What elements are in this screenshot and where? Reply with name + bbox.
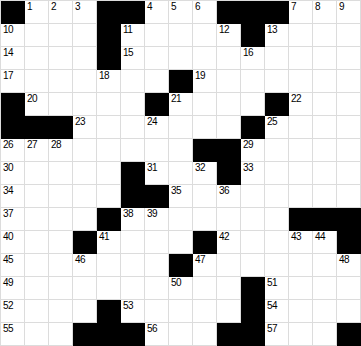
white-cell[interactable]	[289, 185, 313, 208]
clue-number: 22	[291, 94, 301, 104]
white-cell[interactable]: 28	[49, 139, 73, 162]
black-cell	[169, 254, 193, 277]
white-cell[interactable]	[97, 139, 121, 162]
white-cell[interactable]: 40	[1, 231, 25, 254]
white-cell[interactable]: 54	[265, 300, 289, 323]
clue-number: 55	[3, 324, 13, 334]
white-cell[interactable]: 24	[145, 116, 169, 139]
white-cell[interactable]	[73, 162, 97, 185]
black-cell	[1, 116, 25, 139]
clue-number: 14	[3, 48, 13, 58]
white-cell[interactable]	[193, 323, 217, 346]
white-cell[interactable]	[73, 277, 97, 300]
white-cell[interactable]: 57	[265, 323, 289, 346]
white-cell[interactable]	[73, 93, 97, 116]
white-cell[interactable]: 38	[121, 208, 145, 231]
black-cell	[265, 93, 289, 116]
clue-number: 9	[339, 2, 344, 12]
white-cell[interactable]	[313, 323, 337, 346]
clue-number: 13	[267, 25, 277, 35]
white-cell[interactable]	[313, 93, 337, 116]
white-cell[interactable]	[217, 208, 241, 231]
white-cell[interactable]	[265, 185, 289, 208]
white-cell[interactable]: 56	[145, 323, 169, 346]
white-cell[interactable]	[169, 139, 193, 162]
white-cell[interactable]	[145, 277, 169, 300]
white-cell[interactable]	[289, 300, 313, 323]
white-cell[interactable]: 32	[193, 162, 217, 185]
white-cell[interactable]: 21	[169, 93, 193, 116]
white-cell[interactable]	[313, 185, 337, 208]
white-cell[interactable]: 55	[1, 323, 25, 346]
black-cell	[241, 300, 265, 323]
black-cell	[241, 1, 265, 24]
clue-number: 32	[195, 163, 205, 173]
white-cell[interactable]	[25, 300, 49, 323]
white-cell[interactable]: 4	[145, 1, 169, 24]
white-cell[interactable]: 47	[193, 254, 217, 277]
clue-number: 41	[99, 232, 109, 242]
clue-number: 37	[3, 209, 13, 219]
white-cell[interactable]	[25, 162, 49, 185]
clue-number: 34	[3, 186, 13, 196]
black-cell	[121, 1, 145, 24]
white-cell[interactable]	[49, 254, 73, 277]
white-cell[interactable]: 5	[169, 1, 193, 24]
clue-number: 24	[147, 117, 157, 127]
white-cell[interactable]	[313, 116, 337, 139]
clue-number: 1	[27, 2, 32, 12]
white-cell[interactable]	[25, 254, 49, 277]
clue-number: 57	[267, 324, 277, 334]
white-cell[interactable]	[241, 231, 265, 254]
black-cell	[193, 231, 217, 254]
clue-number: 12	[219, 25, 229, 35]
white-cell[interactable]: 44	[313, 231, 337, 254]
white-cell[interactable]: 17	[1, 70, 25, 93]
white-cell[interactable]	[337, 300, 361, 323]
white-cell[interactable]	[145, 70, 169, 93]
white-cell[interactable]	[145, 300, 169, 323]
black-cell	[169, 70, 193, 93]
white-cell[interactable]	[193, 208, 217, 231]
black-cell	[217, 139, 241, 162]
black-cell	[121, 162, 145, 185]
white-cell[interactable]	[73, 185, 97, 208]
white-cell[interactable]	[49, 24, 73, 47]
white-cell[interactable]	[289, 24, 313, 47]
white-cell[interactable]: 48	[337, 254, 361, 277]
clue-number: 25	[267, 117, 277, 127]
white-cell[interactable]	[145, 254, 169, 277]
clue-number: 4	[147, 2, 152, 12]
black-cell	[313, 208, 337, 231]
white-cell[interactable]	[73, 47, 97, 70]
black-cell	[337, 208, 361, 231]
white-cell[interactable]: 20	[25, 93, 49, 116]
white-cell[interactable]	[121, 254, 145, 277]
white-cell[interactable]	[289, 116, 313, 139]
clue-number: 33	[243, 163, 253, 173]
white-cell[interactable]	[217, 116, 241, 139]
white-cell[interactable]	[241, 208, 265, 231]
white-cell[interactable]	[121, 277, 145, 300]
clue-number: 35	[171, 186, 181, 196]
white-cell[interactable]: 45	[1, 254, 25, 277]
white-cell[interactable]	[49, 47, 73, 70]
clue-number: 38	[123, 209, 133, 219]
clue-number: 18	[99, 71, 109, 81]
white-cell[interactable]	[145, 139, 169, 162]
white-cell[interactable]	[25, 47, 49, 70]
black-cell	[217, 1, 241, 24]
white-cell[interactable]	[73, 300, 97, 323]
black-cell	[1, 93, 25, 116]
white-cell[interactable]	[169, 116, 193, 139]
white-cell[interactable]	[217, 277, 241, 300]
black-cell	[25, 116, 49, 139]
clue-number: 28	[51, 140, 61, 150]
white-cell[interactable]: 8	[313, 1, 337, 24]
clue-number: 6	[195, 2, 200, 12]
clue-number: 10	[3, 25, 13, 35]
black-cell	[145, 93, 169, 116]
white-cell[interactable]	[289, 47, 313, 70]
white-cell[interactable]	[49, 208, 73, 231]
black-cell	[337, 231, 361, 254]
clue-number: 49	[3, 278, 13, 288]
clue-number: 17	[3, 71, 13, 81]
white-cell[interactable]: 35	[169, 185, 193, 208]
clue-number: 20	[27, 94, 37, 104]
white-cell[interactable]: 34	[1, 185, 25, 208]
white-cell[interactable]	[73, 70, 97, 93]
white-cell[interactable]	[49, 277, 73, 300]
white-cell[interactable]: 36	[217, 185, 241, 208]
white-cell[interactable]	[265, 208, 289, 231]
clue-number: 45	[3, 255, 13, 265]
white-cell[interactable]	[337, 47, 361, 70]
white-cell[interactable]	[337, 116, 361, 139]
white-cell[interactable]	[337, 162, 361, 185]
white-cell[interactable]	[121, 93, 145, 116]
white-cell[interactable]: 26	[1, 139, 25, 162]
clue-number: 43	[291, 232, 301, 242]
white-cell[interactable]	[289, 162, 313, 185]
black-cell	[97, 47, 121, 70]
black-cell	[1, 1, 25, 24]
white-cell[interactable]	[121, 70, 145, 93]
clue-number: 2	[51, 2, 56, 12]
white-cell[interactable]	[97, 254, 121, 277]
white-cell[interactable]	[217, 47, 241, 70]
white-cell[interactable]	[97, 277, 121, 300]
white-cell[interactable]	[265, 254, 289, 277]
white-cell[interactable]: 52	[1, 300, 25, 323]
white-cell[interactable]	[337, 24, 361, 47]
white-cell[interactable]	[265, 70, 289, 93]
white-cell[interactable]	[49, 70, 73, 93]
clue-number: 19	[195, 71, 205, 81]
white-cell[interactable]	[241, 93, 265, 116]
white-cell[interactable]: 39	[145, 208, 169, 231]
clue-number: 11	[123, 25, 132, 35]
clue-number: 7	[291, 2, 296, 12]
white-cell[interactable]	[193, 47, 217, 70]
white-cell[interactable]: 2	[49, 1, 73, 24]
white-cell[interactable]	[241, 70, 265, 93]
white-cell[interactable]	[265, 231, 289, 254]
black-cell	[73, 231, 97, 254]
white-cell[interactable]	[313, 24, 337, 47]
clue-number: 39	[147, 209, 157, 219]
black-cell	[241, 24, 265, 47]
clue-number: 31	[147, 163, 157, 173]
white-cell[interactable]	[25, 208, 49, 231]
clue-number: 56	[147, 324, 157, 334]
white-cell[interactable]	[193, 24, 217, 47]
clue-number: 42	[219, 232, 229, 242]
white-cell[interactable]: 41	[97, 231, 121, 254]
white-cell[interactable]	[145, 231, 169, 254]
black-cell	[289, 208, 313, 231]
white-cell[interactable]	[25, 277, 49, 300]
white-cell[interactable]	[313, 300, 337, 323]
white-cell[interactable]	[337, 93, 361, 116]
white-cell[interactable]: 18	[97, 70, 121, 93]
white-cell[interactable]	[49, 93, 73, 116]
black-cell	[49, 116, 73, 139]
white-cell[interactable]: 42	[217, 231, 241, 254]
white-cell[interactable]: 12	[217, 24, 241, 47]
clue-number: 16	[243, 48, 253, 58]
white-cell[interactable]	[169, 300, 193, 323]
white-cell[interactable]	[169, 231, 193, 254]
white-cell[interactable]	[313, 162, 337, 185]
white-cell[interactable]: 49	[1, 277, 25, 300]
black-cell	[241, 116, 265, 139]
white-cell[interactable]	[49, 323, 73, 346]
white-cell[interactable]	[289, 139, 313, 162]
white-cell[interactable]: 27	[25, 139, 49, 162]
black-cell	[241, 323, 265, 346]
white-cell[interactable]	[73, 24, 97, 47]
clue-number: 3	[75, 2, 80, 12]
clue-number: 30	[3, 163, 13, 173]
white-cell[interactable]: 30	[1, 162, 25, 185]
white-cell[interactable]	[313, 139, 337, 162]
clue-number: 5	[171, 2, 176, 12]
white-cell[interactable]	[337, 185, 361, 208]
white-cell[interactable]: 11	[121, 24, 145, 47]
white-cell[interactable]	[25, 185, 49, 208]
clue-number: 23	[75, 117, 85, 127]
black-cell	[217, 323, 241, 346]
white-cell[interactable]	[265, 162, 289, 185]
white-cell[interactable]	[289, 70, 313, 93]
crossword-grid: 1234567891011121314151617181920212223242…	[0, 0, 361, 346]
white-cell[interactable]: 6	[193, 1, 217, 24]
white-cell[interactable]: 50	[169, 277, 193, 300]
black-cell	[73, 323, 97, 346]
white-cell[interactable]	[169, 162, 193, 185]
clue-number: 50	[171, 278, 181, 288]
white-cell[interactable]: 7	[289, 1, 313, 24]
black-cell	[121, 185, 145, 208]
white-cell[interactable]	[25, 323, 49, 346]
white-cell[interactable]	[97, 116, 121, 139]
black-cell	[217, 162, 241, 185]
white-cell[interactable]	[121, 116, 145, 139]
white-cell[interactable]	[25, 231, 49, 254]
white-cell[interactable]: 19	[193, 70, 217, 93]
clue-number: 52	[3, 301, 13, 311]
white-cell[interactable]: 25	[265, 116, 289, 139]
white-cell[interactable]	[49, 300, 73, 323]
white-cell[interactable]	[169, 323, 193, 346]
black-cell	[97, 1, 121, 24]
white-cell[interactable]: 13	[265, 24, 289, 47]
clue-number: 51	[267, 278, 277, 288]
white-cell[interactable]: 37	[1, 208, 25, 231]
white-cell[interactable]	[193, 116, 217, 139]
clue-number: 40	[3, 232, 13, 242]
white-cell[interactable]: 29	[241, 139, 265, 162]
black-cell	[337, 323, 361, 346]
white-cell[interactable]	[97, 185, 121, 208]
black-cell	[241, 277, 265, 300]
white-cell[interactable]: 3	[73, 1, 97, 24]
white-cell[interactable]	[49, 185, 73, 208]
white-cell[interactable]	[217, 254, 241, 277]
white-cell[interactable]: 33	[241, 162, 265, 185]
white-cell[interactable]	[337, 70, 361, 93]
clue-number: 53	[123, 301, 133, 311]
white-cell[interactable]: 1	[25, 1, 49, 24]
white-cell[interactable]	[25, 24, 49, 47]
white-cell[interactable]	[169, 24, 193, 47]
clue-number: 15	[123, 48, 133, 58]
white-cell[interactable]: 53	[121, 300, 145, 323]
white-cell[interactable]	[241, 185, 265, 208]
white-cell[interactable]	[217, 70, 241, 93]
white-cell[interactable]: 10	[1, 24, 25, 47]
white-cell[interactable]	[25, 70, 49, 93]
clue-number: 26	[3, 140, 13, 150]
black-cell	[193, 139, 217, 162]
white-cell[interactable]: 15	[121, 47, 145, 70]
white-cell[interactable]	[193, 185, 217, 208]
white-cell[interactable]	[49, 231, 73, 254]
white-cell[interactable]	[193, 277, 217, 300]
black-cell	[121, 323, 145, 346]
white-cell[interactable]	[169, 208, 193, 231]
white-cell[interactable]: 31	[145, 162, 169, 185]
white-cell[interactable]	[49, 162, 73, 185]
white-cell[interactable]: 43	[289, 231, 313, 254]
white-cell[interactable]	[289, 277, 313, 300]
white-cell[interactable]: 23	[73, 116, 97, 139]
white-cell[interactable]	[97, 162, 121, 185]
clue-number: 54	[267, 301, 277, 311]
white-cell[interactable]	[289, 323, 313, 346]
white-cell[interactable]	[337, 139, 361, 162]
white-cell[interactable]	[121, 231, 145, 254]
clue-number: 27	[27, 140, 37, 150]
white-cell[interactable]	[97, 93, 121, 116]
black-cell	[265, 1, 289, 24]
white-cell[interactable]: 9	[337, 1, 361, 24]
white-cell[interactable]: 14	[1, 47, 25, 70]
black-cell	[97, 323, 121, 346]
clue-number: 21	[171, 94, 181, 104]
white-cell[interactable]	[313, 254, 337, 277]
white-cell[interactable]: 22	[289, 93, 313, 116]
white-cell[interactable]	[169, 47, 193, 70]
white-cell[interactable]	[289, 254, 313, 277]
white-cell[interactable]	[241, 254, 265, 277]
white-cell[interactable]	[145, 47, 169, 70]
white-cell[interactable]	[313, 277, 337, 300]
white-cell[interactable]	[121, 139, 145, 162]
white-cell[interactable]	[193, 300, 217, 323]
white-cell[interactable]: 46	[73, 254, 97, 277]
white-cell[interactable]: 16	[241, 47, 265, 70]
white-cell[interactable]	[313, 70, 337, 93]
white-cell[interactable]	[73, 208, 97, 231]
white-cell[interactable]	[217, 300, 241, 323]
black-cell	[97, 300, 121, 323]
white-cell[interactable]	[193, 93, 217, 116]
white-cell[interactable]	[73, 139, 97, 162]
black-cell	[145, 185, 169, 208]
clue-number: 47	[195, 255, 205, 265]
clue-number: 29	[243, 140, 253, 150]
clue-number: 8	[315, 2, 320, 12]
white-cell[interactable]	[145, 24, 169, 47]
black-cell	[97, 208, 121, 231]
white-cell[interactable]	[313, 47, 337, 70]
clue-number: 36	[219, 186, 229, 196]
white-cell[interactable]	[265, 47, 289, 70]
white-cell[interactable]: 51	[265, 277, 289, 300]
black-cell	[97, 24, 121, 47]
clue-number: 46	[75, 255, 85, 265]
white-cell[interactable]	[265, 139, 289, 162]
white-cell[interactable]	[217, 93, 241, 116]
clue-number: 48	[339, 255, 349, 265]
white-cell[interactable]	[337, 277, 361, 300]
clue-number: 44	[315, 232, 325, 242]
